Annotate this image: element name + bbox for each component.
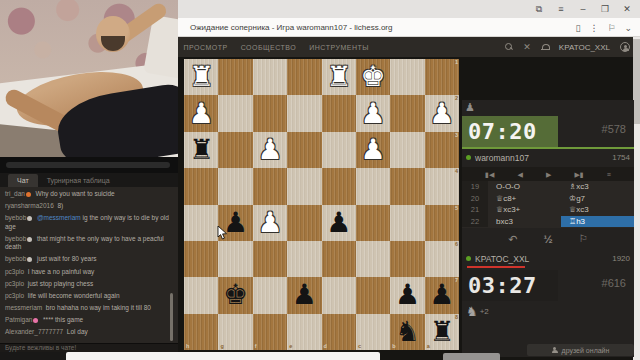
takeback-button[interactable]: ↶ — [508, 234, 517, 245]
rank-label-4: 4 — [455, 169, 458, 175]
file-label-e: e — [289, 344, 292, 350]
square-e1[interactable] — [287, 59, 321, 95]
square-f3[interactable]: ♟ — [253, 132, 287, 168]
square-a3[interactable]: 3 — [425, 132, 459, 168]
material-advantage: +2 — [480, 307, 489, 316]
square-c6[interactable] — [356, 241, 390, 277]
chat-tab-0[interactable]: Чат — [8, 174, 38, 187]
chat-message: pc3plo I have a no painful way — [5, 268, 169, 277]
square-d2[interactable] — [322, 95, 356, 131]
move-list: 19O-O-O♗xc320♕c8+♔g721♕xc3+♕xc322bxc3♖h3 — [462, 181, 634, 228]
offer-draw-button[interactable]: ½ — [544, 234, 553, 245]
black-move[interactable]: ♖h3 — [561, 216, 634, 228]
chat-message: tri_dan Why do you want to suicide — [5, 190, 169, 199]
rank-label-1: 1 — [455, 60, 458, 66]
square-h3[interactable]: ♜ — [184, 132, 218, 168]
game-panel: ♟ 07:20 #578 waromann107 1754 ▮◀◀▶▶▮≡ 19… — [462, 100, 634, 357]
header-username[interactable]: KPATOC_XXL — [559, 43, 610, 52]
move-row: 22bxc3♖h3 — [462, 216, 634, 228]
square-c5[interactable] — [356, 205, 390, 241]
piece-black-rook: ♜ — [189, 136, 214, 164]
page-title: Ожидание соперника - Игра waromann107 - … — [190, 18, 392, 37]
collapse-icon[interactable]: ⌄ — [624, 23, 632, 33]
rank-label-3: 3 — [455, 133, 458, 139]
piece-black-king: ♚ — [223, 281, 248, 309]
bookmark-icon[interactable]: ▯ — [575, 23, 580, 33]
square-g7[interactable]: ♚ — [218, 277, 252, 313]
chess-board: ♜♜♚1♟♟♟2♜♟♟34♟♟♟56♚♟♟♟7hgfedc♞b♜a8 — [184, 59, 459, 350]
streamer-underline — [467, 266, 525, 268]
piece-black-knight: ♞ — [395, 318, 420, 346]
square-d3[interactable] — [322, 132, 356, 168]
scrollbar-thumb[interactable] — [633, 39, 640, 124]
square-h1[interactable]: ♜ — [184, 59, 218, 95]
move-number: 21 — [462, 204, 488, 216]
square-b6[interactable] — [390, 241, 424, 277]
bottom-player-rating: 1920 — [612, 254, 630, 263]
chat-message: Patmigan **** this game — [5, 316, 169, 325]
file-label-b: b — [392, 344, 395, 350]
panel-button[interactable]: ⧉ — [528, 4, 550, 15]
captured-knight-icon: ♞ — [466, 304, 478, 319]
white-move[interactable]: ♕c8+ — [488, 193, 561, 205]
user-flair-icon — [27, 216, 32, 221]
move-nav-last-button[interactable]: ▶▮ — [574, 171, 583, 178]
bottom-clock: 03:27 — [462, 270, 558, 301]
top-player-name[interactable]: waromann107 — [475, 153, 529, 163]
stream-control-bar — [0, 157, 178, 173]
bottom-player-name[interactable]: KPATOC_XXL — [475, 254, 529, 264]
piece-white-rook: ♜ — [326, 63, 351, 91]
chat-scrollbar[interactable] — [170, 293, 173, 341]
top-clock: 07:20 — [462, 116, 558, 147]
square-b3[interactable] — [390, 132, 424, 168]
square-g2[interactable] — [218, 95, 252, 131]
piece-black-pawn: ♟ — [326, 209, 351, 237]
online-dot — [466, 155, 471, 160]
file-label-d: d — [324, 344, 327, 350]
chat-message: messmeriam bro hahaha no way im taking i… — [5, 304, 169, 313]
square-h7[interactable] — [184, 277, 218, 313]
square-a7[interactable]: ♟7 — [425, 277, 459, 313]
more-icon[interactable]: ⋮ — [589, 23, 598, 33]
menu-button[interactable]: ≡ — [550, 4, 572, 14]
square-b4[interactable] — [390, 168, 424, 204]
square-b2[interactable] — [390, 95, 424, 131]
chat-tab-1[interactable]: Турнирная таблица — [38, 174, 119, 187]
chat-message: byebob that might be the only way to hav… — [5, 235, 169, 252]
restore-button[interactable]: ❐ — [594, 4, 616, 14]
piece-white-pawn: ♟ — [257, 209, 282, 237]
chat-message: pc3plo life will become wonderful again — [5, 292, 169, 301]
square-d7[interactable] — [322, 277, 356, 313]
user-flair-icon — [27, 237, 32, 242]
move-number: 19 — [462, 181, 488, 193]
online-dot — [466, 256, 471, 261]
webcam-video — [0, 0, 178, 157]
user-avatar-icon[interactable] — [620, 42, 630, 52]
challenges-icon[interactable]: ✕ — [523, 42, 531, 52]
square-c8[interactable]: c — [356, 314, 390, 350]
move-nav-first-button[interactable]: ▮◀ — [485, 171, 494, 178]
square-e6[interactable] — [287, 241, 321, 277]
square-f4[interactable] — [253, 168, 287, 204]
square-a2[interactable]: ♟2 — [425, 95, 459, 131]
square-e2[interactable] — [287, 95, 321, 131]
square-c7[interactable] — [356, 277, 390, 313]
square-e5[interactable] — [287, 205, 321, 241]
square-b8[interactable]: ♞b — [390, 314, 424, 350]
square-h8[interactable]: h — [184, 314, 218, 350]
square-a4[interactable]: 4 — [425, 168, 459, 204]
chat-message: byebob just wait for 80 years — [5, 255, 169, 264]
move-nav-next-button[interactable]: ▶ — [546, 171, 551, 178]
piece-black-rook: ♜ — [429, 318, 454, 346]
move-navigation: ▮◀◀▶▶▮≡ — [462, 167, 634, 181]
chat-message: ryansharma2016 8) — [5, 202, 169, 211]
move-nav-menu-button[interactable]: ≡ — [607, 171, 611, 178]
square-e7[interactable]: ♟ — [287, 277, 321, 313]
square-b5[interactable] — [390, 205, 424, 241]
chat-messages: tri_dan Why do you want to suicideryansh… — [0, 187, 174, 343]
chat-tabs: ЧатТурнирная таблица — [0, 173, 178, 187]
square-f8[interactable]: f — [253, 314, 287, 350]
browser-scrollbar[interactable] — [633, 37, 640, 360]
square-g6[interactable] — [218, 241, 252, 277]
piece-white-pawn: ♟ — [189, 100, 214, 128]
move-row: 19O-O-O♗xc3 — [462, 181, 634, 193]
square-c3[interactable]: ♟ — [356, 132, 390, 168]
user-flair-icon — [27, 257, 32, 262]
square-f1[interactable] — [253, 59, 287, 95]
square-g3[interactable] — [218, 132, 252, 168]
active-clock-indicator — [462, 147, 634, 149]
piece-white-pawn: ♟ — [429, 100, 454, 128]
mouse-cursor — [217, 226, 229, 240]
user-icon — [552, 347, 558, 354]
close-button[interactable]: ✕ — [616, 4, 638, 14]
piece-white-pawn: ♟ — [361, 100, 386, 128]
square-e4[interactable] — [287, 168, 321, 204]
nav-item-3[interactable]: ИНСТРУМЕНТЫ — [309, 44, 369, 51]
square-d6[interactable] — [322, 241, 356, 277]
move-number: 20 — [462, 193, 488, 205]
piece-white-king: ♚ — [361, 63, 386, 91]
square-f5[interactable]: ♟ — [253, 205, 287, 241]
square-d4[interactable] — [322, 168, 356, 204]
square-c1[interactable]: ♚ — [356, 59, 390, 95]
rank-label-7: 7 — [455, 278, 458, 284]
square-h6[interactable] — [184, 241, 218, 277]
square-b1[interactable] — [390, 59, 424, 95]
square-g4[interactable] — [218, 168, 252, 204]
square-d8[interactable]: d — [322, 314, 356, 350]
mention[interactable]: @messmeriam — [37, 214, 83, 221]
square-a5[interactable]: 5 — [425, 205, 459, 241]
move-nav-prev-button[interactable]: ◀ — [517, 171, 522, 178]
piece-white-rook: ♜ — [189, 63, 214, 91]
friends-online-badge[interactable]: друзей онлайн — [527, 344, 634, 356]
chat-panel: ЧатТурнирная таблица tri_dan Why do you … — [0, 173, 178, 352]
screen: ⧉≡–❐✕ Ожидание соперника - Игра waromann… — [0, 0, 640, 360]
stream-seekbar[interactable] — [6, 162, 170, 168]
black-move[interactable]: ♗xc3 — [561, 181, 634, 193]
notifications-bell-icon[interactable] — [541, 43, 549, 52]
rank-label-5: 5 — [455, 206, 458, 212]
bottom-filler — [0, 352, 66, 360]
square-h2[interactable]: ♟ — [184, 95, 218, 131]
square-f6[interactable] — [253, 241, 287, 277]
user-flair-icon — [26, 192, 31, 197]
square-c2[interactable]: ♟ — [356, 95, 390, 131]
move-number: 22 — [462, 216, 488, 228]
bottom-tournament-rank: #616 — [602, 277, 626, 289]
background-window-strip — [66, 352, 380, 360]
square-f2[interactable] — [253, 95, 287, 131]
piece-black-pawn: ♟ — [292, 281, 317, 309]
square-d1[interactable]: ♜ — [322, 59, 356, 95]
square-g8[interactable]: g — [218, 314, 252, 350]
toolbar-icons: ▯⋮⚐⌄ — [575, 18, 632, 37]
move-row: 20♕c8+♔g7 — [462, 193, 634, 205]
rank-label-2: 2 — [455, 96, 458, 102]
square-a8[interactable]: ♜a8 — [425, 314, 459, 350]
search-icon[interactable] — [505, 43, 513, 51]
square-e8[interactable]: e — [287, 314, 321, 350]
black-move[interactable]: ♕xc3 — [561, 204, 634, 216]
piece-black-pawn: ♟ — [429, 281, 454, 309]
chat-message: Alexander_7777777 Lol day — [5, 328, 169, 337]
top-player-rating: 1754 — [612, 153, 630, 162]
game-actions: ↶ ½ ⚐ — [462, 230, 634, 248]
captured-pawn-icon: ♟ — [465, 101, 475, 114]
move-row: 21♕xc3+♕xc3 — [462, 204, 634, 216]
friends-online-label: друзей онлайн — [562, 347, 610, 354]
chat-input[interactable]: Будьте вежливы в чате! — [0, 343, 178, 352]
piece-white-pawn: ♟ — [361, 136, 386, 164]
rank-label-8: 8 — [455, 315, 458, 321]
piece-black-pawn: ♟ — [395, 281, 420, 309]
square-a1[interactable]: 1 — [425, 59, 459, 95]
chat-message: byebob @messmeriam ig the only way is to… — [5, 214, 169, 231]
piece-white-pawn: ♟ — [257, 136, 282, 164]
flag-icon[interactable]: ⚐ — [607, 23, 615, 33]
chat-message: pc3plo just stop playing chess — [5, 280, 169, 289]
file-label-g: g — [220, 344, 223, 350]
square-g1[interactable] — [218, 59, 252, 95]
bottom-clock-time: 03:27 — [468, 273, 537, 298]
white-move[interactable]: O-O-O — [488, 181, 561, 193]
window-controls: ⧉≡–❐✕ — [528, 0, 638, 18]
black-move[interactable]: ♔g7 — [561, 193, 634, 205]
top-tournament-rank: #578 — [602, 123, 626, 135]
square-h4[interactable] — [184, 168, 218, 204]
square-b7[interactable]: ♟ — [390, 277, 424, 313]
square-h5[interactable] — [184, 205, 218, 241]
nav-item-1[interactable]: ПРОСМОТР — [183, 44, 227, 51]
user-flair-icon — [33, 318, 38, 323]
file-label-f: f — [255, 344, 257, 350]
resign-flag-button[interactable]: ⚐ — [579, 234, 588, 244]
background-window-strip-2 — [443, 353, 500, 360]
square-f7[interactable] — [253, 277, 287, 313]
square-c4[interactable] — [356, 168, 390, 204]
square-a6[interactable]: 6 — [425, 241, 459, 277]
white-move[interactable]: ♕xc3+ — [488, 204, 561, 216]
square-d5[interactable]: ♟ — [322, 205, 356, 241]
file-label-a: a — [427, 344, 430, 350]
file-label-c: c — [358, 344, 361, 350]
nav-item-2[interactable]: СООБЩЕСТВО — [241, 44, 297, 51]
white-move[interactable]: bxc3 — [488, 216, 561, 228]
file-label-h: h — [186, 344, 189, 350]
square-e3[interactable] — [287, 132, 321, 168]
top-clock-time: 07:20 — [468, 119, 537, 144]
rank-label-6: 6 — [455, 242, 458, 248]
minimize-button[interactable]: – — [572, 4, 594, 14]
